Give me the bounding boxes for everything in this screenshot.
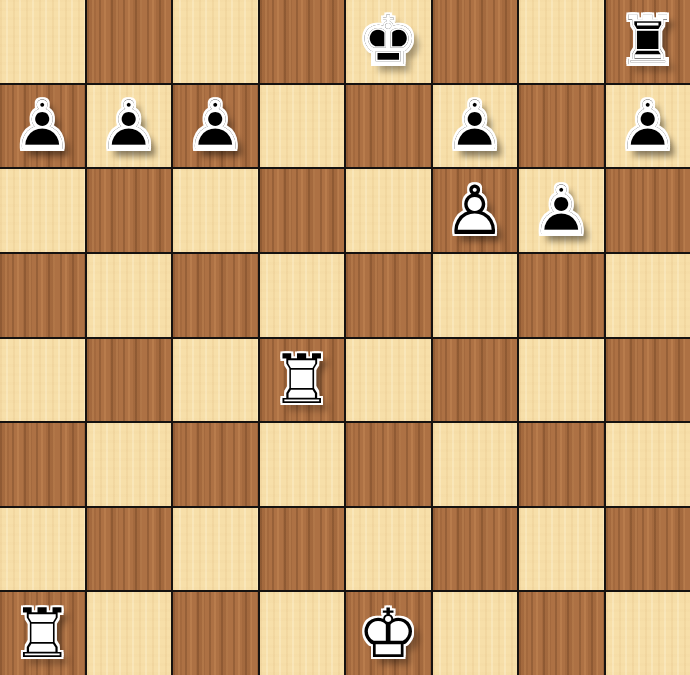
piece-black-pawn[interactable]: ♟♙ [606, 85, 690, 168]
square-d8[interactable] [260, 0, 345, 83]
square-b1[interactable] [87, 592, 172, 675]
square-h5[interactable] [606, 254, 690, 337]
square-e1[interactable]: ♚♔ [346, 592, 431, 675]
piece-black-rook[interactable]: ♜♖ [606, 0, 690, 83]
square-f2[interactable] [433, 508, 518, 591]
square-b6[interactable] [87, 169, 172, 252]
piece-white-rook[interactable]: ♜♖ [0, 592, 85, 675]
square-h3[interactable] [606, 423, 690, 506]
piece-white-king[interactable]: ♚♔ [346, 592, 431, 675]
square-g8[interactable] [519, 0, 604, 83]
white-pawn-detail-icon: ♙ [433, 169, 518, 252]
square-h6[interactable] [606, 169, 690, 252]
black-pawn-detail-icon: ♙ [433, 85, 518, 168]
white-rook-detail-icon: ♖ [0, 592, 85, 675]
square-c6[interactable] [173, 169, 258, 252]
piece-black-pawn[interactable]: ♟♙ [519, 169, 604, 252]
square-e2[interactable] [346, 508, 431, 591]
square-c3[interactable] [173, 423, 258, 506]
square-a3[interactable] [0, 423, 85, 506]
square-d5[interactable] [260, 254, 345, 337]
piece-black-pawn[interactable]: ♟♙ [87, 85, 172, 168]
square-a1[interactable]: ♜♖ [0, 592, 85, 675]
black-pawn-detail-icon: ♙ [0, 85, 85, 168]
square-b5[interactable] [87, 254, 172, 337]
white-rook-detail-icon: ♖ [260, 339, 345, 422]
square-c8[interactable] [173, 0, 258, 83]
square-e3[interactable] [346, 423, 431, 506]
black-pawn-detail-icon: ♙ [87, 85, 172, 168]
square-g2[interactable] [519, 508, 604, 591]
square-f6[interactable]: ♟♙ [433, 169, 518, 252]
square-f3[interactable] [433, 423, 518, 506]
square-a5[interactable] [0, 254, 85, 337]
black-pawn-detail-icon: ♙ [519, 169, 604, 252]
black-pawn-detail-icon: ♙ [606, 85, 690, 168]
square-c4[interactable] [173, 339, 258, 422]
piece-black-pawn[interactable]: ♟♙ [0, 85, 85, 168]
piece-black-king[interactable]: ♚♔ [346, 0, 431, 83]
square-d3[interactable] [260, 423, 345, 506]
square-e5[interactable] [346, 254, 431, 337]
square-g3[interactable] [519, 423, 604, 506]
black-rook-detail-icon: ♖ [606, 0, 690, 83]
square-a4[interactable] [0, 339, 85, 422]
square-a2[interactable] [0, 508, 85, 591]
square-g6[interactable]: ♟♙ [519, 169, 604, 252]
square-c5[interactable] [173, 254, 258, 337]
square-f1[interactable] [433, 592, 518, 675]
square-f7[interactable]: ♟♙ [433, 85, 518, 168]
square-g4[interactable] [519, 339, 604, 422]
piece-black-pawn[interactable]: ♟♙ [173, 85, 258, 168]
black-pawn-detail-icon: ♙ [173, 85, 258, 168]
square-h2[interactable] [606, 508, 690, 591]
square-g7[interactable] [519, 85, 604, 168]
square-c1[interactable] [173, 592, 258, 675]
square-f4[interactable] [433, 339, 518, 422]
black-king-detail-icon: ♔ [346, 0, 431, 83]
square-a8[interactable] [0, 0, 85, 83]
square-b4[interactable] [87, 339, 172, 422]
square-g5[interactable] [519, 254, 604, 337]
square-e8[interactable]: ♚♔ [346, 0, 431, 83]
square-d7[interactable] [260, 85, 345, 168]
square-f5[interactable] [433, 254, 518, 337]
piece-white-rook[interactable]: ♜♖ [260, 339, 345, 422]
square-h8[interactable]: ♜♖ [606, 0, 690, 83]
square-b7[interactable]: ♟♙ [87, 85, 172, 168]
piece-black-pawn[interactable]: ♟♙ [433, 85, 518, 168]
square-a6[interactable] [0, 169, 85, 252]
square-e7[interactable] [346, 85, 431, 168]
square-b3[interactable] [87, 423, 172, 506]
chess-board: ♚♔♜♖♟♙♟♙♟♙♟♙♟♙♟♙♟♙♜♖♜♖♚♔ [0, 0, 690, 675]
square-e6[interactable] [346, 169, 431, 252]
square-c7[interactable]: ♟♙ [173, 85, 258, 168]
square-e4[interactable] [346, 339, 431, 422]
square-d4[interactable]: ♜♖ [260, 339, 345, 422]
square-h7[interactable]: ♟♙ [606, 85, 690, 168]
square-a7[interactable]: ♟♙ [0, 85, 85, 168]
square-d2[interactable] [260, 508, 345, 591]
square-g1[interactable] [519, 592, 604, 675]
piece-white-pawn[interactable]: ♟♙ [433, 169, 518, 252]
square-h4[interactable] [606, 339, 690, 422]
square-b2[interactable] [87, 508, 172, 591]
square-f8[interactable] [433, 0, 518, 83]
square-d6[interactable] [260, 169, 345, 252]
square-c2[interactable] [173, 508, 258, 591]
square-b8[interactable] [87, 0, 172, 83]
white-king-detail-icon: ♔ [346, 592, 431, 675]
square-d1[interactable] [260, 592, 345, 675]
square-h1[interactable] [606, 592, 690, 675]
